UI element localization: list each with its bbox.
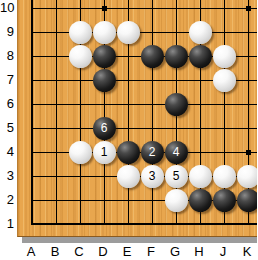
stone-black-G8[interactable]	[165, 45, 188, 68]
col-label-K: K	[239, 244, 255, 260]
stone-black-D8[interactable]	[93, 45, 116, 68]
stone-black-K2[interactable]	[237, 189, 258, 212]
stone-black-F8[interactable]	[141, 45, 164, 68]
row-label-8: 8	[0, 48, 14, 64]
stone-black-E4[interactable]	[117, 141, 140, 164]
row-label-5: 5	[0, 120, 14, 136]
stone-black-G4[interactable]: 4	[165, 141, 188, 164]
stone-white-J8[interactable]	[213, 45, 236, 68]
row-label-3: 3	[0, 168, 14, 184]
stone-black-H8[interactable]	[189, 45, 212, 68]
go-diagram: 612435 10987654321 ABCDEFGHJK	[0, 0, 257, 260]
stone-black-D5[interactable]: 6	[93, 117, 116, 140]
stone-black-G6[interactable]	[165, 93, 188, 116]
move-number-2: 2	[149, 141, 156, 164]
stone-white-E3[interactable]	[117, 165, 140, 188]
star-point-K10	[246, 6, 251, 11]
move-number-3: 3	[149, 165, 156, 188]
col-label-G: G	[167, 244, 183, 260]
stone-white-K3[interactable]	[237, 165, 258, 188]
stone-black-F4[interactable]: 2	[141, 141, 164, 164]
stone-white-J7[interactable]	[213, 69, 236, 92]
col-label-B: B	[47, 244, 63, 260]
row-label-2: 2	[0, 192, 14, 208]
col-label-C: C	[71, 244, 87, 260]
row-label-7: 7	[0, 72, 14, 88]
star-point-K4	[246, 150, 251, 155]
stone-white-H9[interactable]	[189, 21, 212, 44]
stone-white-C8[interactable]	[69, 45, 92, 68]
move-number-6: 6	[101, 117, 108, 140]
row-label-6: 6	[0, 96, 14, 112]
move-number-1: 1	[101, 141, 108, 164]
col-label-D: D	[95, 244, 111, 260]
row-label-4: 4	[0, 144, 14, 160]
col-label-H: H	[191, 244, 207, 260]
col-label-F: F	[143, 244, 159, 260]
stone-white-C9[interactable]	[69, 21, 92, 44]
board-shadow	[22, 237, 257, 243]
stone-white-C4[interactable]	[69, 141, 92, 164]
row-label-1: 1	[0, 216, 14, 232]
star-point-D10	[102, 6, 107, 11]
col-label-E: E	[119, 244, 135, 260]
stone-white-D4[interactable]: 1	[93, 141, 116, 164]
stone-white-D9[interactable]	[93, 21, 116, 44]
stone-black-H2[interactable]	[189, 189, 212, 212]
stone-white-G2[interactable]	[165, 189, 188, 212]
row-label-9: 9	[0, 24, 14, 40]
stone-white-F3[interactable]: 3	[141, 165, 164, 188]
col-label-A: A	[23, 244, 39, 260]
stone-black-D7[interactable]	[93, 69, 116, 92]
move-number-5: 5	[173, 165, 180, 188]
stone-white-J3[interactable]	[213, 165, 236, 188]
stone-black-J2[interactable]	[213, 189, 236, 212]
stone-white-E9[interactable]	[117, 21, 140, 44]
row-label-10: 10	[0, 0, 14, 16]
move-number-4: 4	[173, 141, 180, 164]
stone-white-G3[interactable]: 5	[165, 165, 188, 188]
col-label-J: J	[215, 244, 231, 260]
stone-white-H3[interactable]	[189, 165, 212, 188]
go-board[interactable]: 612435	[17, 0, 257, 237]
